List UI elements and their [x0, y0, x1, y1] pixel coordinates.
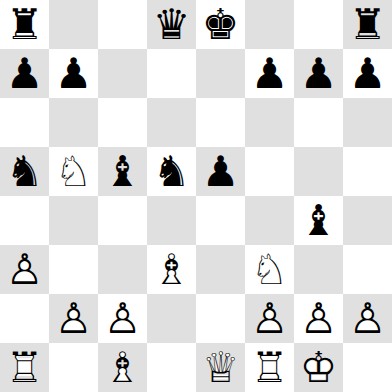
square-d2[interactable] — [147, 294, 196, 343]
piece-black-queen[interactable]: ♛ — [147, 0, 196, 49]
square-b2[interactable]: ♟♙ — [49, 294, 98, 343]
piece-black-bishop[interactable]: ♝ — [294, 196, 343, 245]
square-c6[interactable] — [98, 98, 147, 147]
square-e2[interactable] — [196, 294, 245, 343]
square-d6[interactable] — [147, 98, 196, 147]
square-h8[interactable]: ♜ — [343, 0, 392, 49]
square-d7[interactable] — [147, 49, 196, 98]
square-d3[interactable]: ♝♗ — [147, 245, 196, 294]
piece-white-king[interactable]: ♚♔ — [294, 343, 343, 392]
piece-outline-layer: ♙ — [98, 294, 147, 343]
piece-white-bishop[interactable]: ♝♗ — [147, 245, 196, 294]
square-c7[interactable] — [98, 49, 147, 98]
piece-white-queen[interactable]: ♛♕ — [196, 343, 245, 392]
square-e3[interactable] — [196, 245, 245, 294]
square-f4[interactable] — [245, 196, 294, 245]
square-g5[interactable] — [294, 147, 343, 196]
piece-black-pawn[interactable]: ♟ — [245, 49, 294, 98]
square-h3[interactable] — [343, 245, 392, 294]
square-h4[interactable] — [343, 196, 392, 245]
chess-board: ♜♛♚♜♟♟♟♟♟♞♞♘♝♞♟♝♟♙♝♗♞♘♟♙♟♙♟♙♟♙♟♙♜♖♝♗♛♕♜♖… — [0, 0, 392, 392]
square-g6[interactable] — [294, 98, 343, 147]
square-a3[interactable]: ♟♙ — [0, 245, 49, 294]
square-g8[interactable] — [294, 0, 343, 49]
square-b6[interactable] — [49, 98, 98, 147]
piece-white-pawn[interactable]: ♟♙ — [98, 294, 147, 343]
square-h2[interactable]: ♟♙ — [343, 294, 392, 343]
square-g7[interactable]: ♟ — [294, 49, 343, 98]
piece-black-pawn[interactable]: ♟ — [343, 49, 392, 98]
piece-outline-layer: ♙ — [294, 294, 343, 343]
piece-white-knight[interactable]: ♞♘ — [49, 147, 98, 196]
square-g2[interactable]: ♟♙ — [294, 294, 343, 343]
square-e5[interactable]: ♟ — [196, 147, 245, 196]
square-f3[interactable]: ♞♘ — [245, 245, 294, 294]
square-a2[interactable] — [0, 294, 49, 343]
piece-outline-layer: ♗ — [98, 343, 147, 392]
piece-black-knight[interactable]: ♞ — [147, 147, 196, 196]
square-a4[interactable] — [0, 196, 49, 245]
square-b3[interactable] — [49, 245, 98, 294]
piece-outline-layer: ♗ — [147, 245, 196, 294]
piece-black-rook[interactable]: ♜ — [0, 0, 49, 49]
square-c5[interactable]: ♝ — [98, 147, 147, 196]
piece-white-pawn[interactable]: ♟♙ — [245, 294, 294, 343]
square-f6[interactable] — [245, 98, 294, 147]
square-d4[interactable] — [147, 196, 196, 245]
piece-outline-layer: ♖ — [245, 343, 294, 392]
square-g4[interactable]: ♝ — [294, 196, 343, 245]
piece-outline-layer: ♙ — [49, 294, 98, 343]
piece-black-king[interactable]: ♚ — [196, 0, 245, 49]
piece-black-pawn[interactable]: ♟ — [196, 147, 245, 196]
square-h6[interactable] — [343, 98, 392, 147]
piece-white-rook[interactable]: ♜♖ — [0, 343, 49, 392]
square-c4[interactable] — [98, 196, 147, 245]
piece-outline-layer: ♘ — [49, 147, 98, 196]
piece-white-pawn[interactable]: ♟♙ — [343, 294, 392, 343]
square-h5[interactable] — [343, 147, 392, 196]
square-b5[interactable]: ♞♘ — [49, 147, 98, 196]
square-h7[interactable]: ♟ — [343, 49, 392, 98]
piece-white-pawn[interactable]: ♟♙ — [49, 294, 98, 343]
square-e7[interactable] — [196, 49, 245, 98]
square-e4[interactable] — [196, 196, 245, 245]
square-a6[interactable] — [0, 98, 49, 147]
square-b7[interactable]: ♟ — [49, 49, 98, 98]
piece-outline-layer: ♙ — [343, 294, 392, 343]
square-c8[interactable] — [98, 0, 147, 49]
square-a1[interactable]: ♜♖ — [0, 343, 49, 392]
piece-outline-layer: ♖ — [0, 343, 49, 392]
square-f8[interactable] — [245, 0, 294, 49]
square-c3[interactable] — [98, 245, 147, 294]
square-e6[interactable] — [196, 98, 245, 147]
square-d5[interactable]: ♞ — [147, 147, 196, 196]
square-a7[interactable]: ♟ — [0, 49, 49, 98]
square-a5[interactable]: ♞ — [0, 147, 49, 196]
square-b8[interactable] — [49, 0, 98, 49]
square-f1[interactable]: ♜♖ — [245, 343, 294, 392]
square-d8[interactable]: ♛ — [147, 0, 196, 49]
piece-outline-layer: ♘ — [245, 245, 294, 294]
square-b4[interactable] — [49, 196, 98, 245]
piece-outline-layer: ♕ — [196, 343, 245, 392]
square-h1[interactable] — [343, 343, 392, 392]
piece-white-rook[interactable]: ♜♖ — [245, 343, 294, 392]
piece-white-knight[interactable]: ♞♘ — [245, 245, 294, 294]
piece-white-pawn[interactable]: ♟♙ — [0, 245, 49, 294]
square-e8[interactable]: ♚ — [196, 0, 245, 49]
piece-outline-layer: ♙ — [245, 294, 294, 343]
piece-outline-layer: ♔ — [294, 343, 343, 392]
piece-white-bishop[interactable]: ♝♗ — [98, 343, 147, 392]
square-f7[interactable]: ♟ — [245, 49, 294, 98]
square-d1[interactable] — [147, 343, 196, 392]
piece-black-pawn[interactable]: ♟ — [294, 49, 343, 98]
square-f2[interactable]: ♟♙ — [245, 294, 294, 343]
piece-black-pawn[interactable]: ♟ — [0, 49, 49, 98]
square-c2[interactable]: ♟♙ — [98, 294, 147, 343]
piece-black-knight[interactable]: ♞ — [0, 147, 49, 196]
piece-black-rook[interactable]: ♜ — [343, 0, 392, 49]
square-g3[interactable] — [294, 245, 343, 294]
square-c1[interactable]: ♝♗ — [98, 343, 147, 392]
square-e1[interactable]: ♛♕ — [196, 343, 245, 392]
square-g1[interactable]: ♚♔ — [294, 343, 343, 392]
piece-black-bishop[interactable]: ♝ — [98, 147, 147, 196]
square-f5[interactable] — [245, 147, 294, 196]
piece-black-pawn[interactable]: ♟ — [49, 49, 98, 98]
piece-white-pawn[interactable]: ♟♙ — [294, 294, 343, 343]
piece-outline-layer: ♙ — [0, 245, 49, 294]
square-a8[interactable]: ♜ — [0, 0, 49, 49]
square-b1[interactable] — [49, 343, 98, 392]
